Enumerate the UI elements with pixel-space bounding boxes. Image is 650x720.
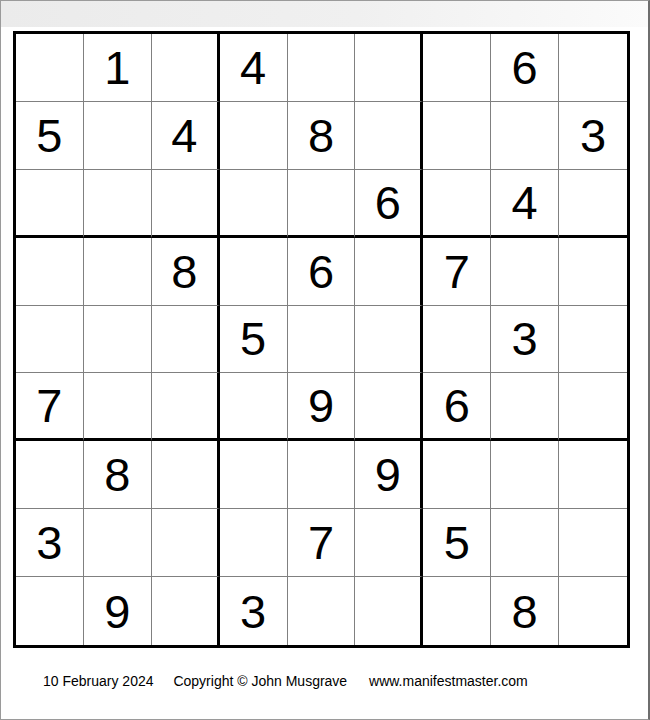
cell-r2c8[interactable] xyxy=(491,102,559,170)
cell-r6c9[interactable] xyxy=(559,373,627,441)
sudoku-board: 1465483648675379689375938 xyxy=(13,31,630,648)
cell-r8c5: 7 xyxy=(288,509,356,577)
cell-r9c6[interactable] xyxy=(355,577,423,645)
cell-r1c3[interactable] xyxy=(152,34,220,102)
cell-r6c6[interactable] xyxy=(355,373,423,441)
cell-r6c4[interactable] xyxy=(220,373,288,441)
cell-r5c2[interactable] xyxy=(84,306,152,374)
cell-r3c8: 4 xyxy=(491,170,559,238)
cell-r4c8[interactable] xyxy=(491,238,559,306)
footer-copyright: Copyright © John Musgrave xyxy=(173,673,347,689)
cell-r9c3[interactable] xyxy=(152,577,220,645)
cell-r5c1[interactable] xyxy=(16,306,84,374)
cell-r9c9[interactable] xyxy=(559,577,627,645)
cell-r3c6: 6 xyxy=(355,170,423,238)
cell-r4c6[interactable] xyxy=(355,238,423,306)
cell-r2c9: 3 xyxy=(559,102,627,170)
cell-r4c4[interactable] xyxy=(220,238,288,306)
cell-r9c1[interactable] xyxy=(16,577,84,645)
cell-r7c5[interactable] xyxy=(288,441,356,509)
cell-r1c5[interactable] xyxy=(288,34,356,102)
cell-r1c1[interactable] xyxy=(16,34,84,102)
cell-r8c9[interactable] xyxy=(559,509,627,577)
cell-r2c4[interactable] xyxy=(220,102,288,170)
cell-r2c1: 5 xyxy=(16,102,84,170)
cell-r9c8: 8 xyxy=(491,577,559,645)
cell-r7c4[interactable] xyxy=(220,441,288,509)
cell-r7c9[interactable] xyxy=(559,441,627,509)
cell-r7c8[interactable] xyxy=(491,441,559,509)
cell-r3c9[interactable] xyxy=(559,170,627,238)
cell-r8c4[interactable] xyxy=(220,509,288,577)
cell-r2c5: 8 xyxy=(288,102,356,170)
cell-r3c3[interactable] xyxy=(152,170,220,238)
cell-r5c6[interactable] xyxy=(355,306,423,374)
cell-r2c7[interactable] xyxy=(423,102,491,170)
cell-r3c7[interactable] xyxy=(423,170,491,238)
cell-r6c2[interactable] xyxy=(84,373,152,441)
cell-r3c4[interactable] xyxy=(220,170,288,238)
cell-r7c6: 9 xyxy=(355,441,423,509)
cell-r5c3[interactable] xyxy=(152,306,220,374)
cell-r2c2[interactable] xyxy=(84,102,152,170)
footer: 10 February 2024 Copyright © John Musgra… xyxy=(43,673,528,689)
cell-r1c2: 1 xyxy=(84,34,152,102)
cell-r1c4: 4 xyxy=(220,34,288,102)
cell-r4c7: 7 xyxy=(423,238,491,306)
footer-website: www.manifestmaster.com xyxy=(369,673,528,689)
cell-r7c3[interactable] xyxy=(152,441,220,509)
cell-r6c3[interactable] xyxy=(152,373,220,441)
cell-r6c8[interactable] xyxy=(491,373,559,441)
cell-r5c8: 3 xyxy=(491,306,559,374)
cell-r4c3: 8 xyxy=(152,238,220,306)
cell-r4c5: 6 xyxy=(288,238,356,306)
cell-r5c9[interactable] xyxy=(559,306,627,374)
cell-r4c1[interactable] xyxy=(16,238,84,306)
cell-r7c1[interactable] xyxy=(16,441,84,509)
footer-date: 10 February 2024 xyxy=(43,673,154,689)
cell-r9c5[interactable] xyxy=(288,577,356,645)
cell-r3c2[interactable] xyxy=(84,170,152,238)
header-band xyxy=(1,1,648,27)
cell-r8c8[interactable] xyxy=(491,509,559,577)
cell-r1c7[interactable] xyxy=(423,34,491,102)
cell-r4c9[interactable] xyxy=(559,238,627,306)
cell-r5c7[interactable] xyxy=(423,306,491,374)
cell-r7c7[interactable] xyxy=(423,441,491,509)
cell-r1c9[interactable] xyxy=(559,34,627,102)
cell-r3c5[interactable] xyxy=(288,170,356,238)
cell-r6c5: 9 xyxy=(288,373,356,441)
cell-r6c1: 7 xyxy=(16,373,84,441)
cell-r1c6[interactable] xyxy=(355,34,423,102)
cell-r7c2: 8 xyxy=(84,441,152,509)
cell-r5c4: 5 xyxy=(220,306,288,374)
cell-r8c1: 3 xyxy=(16,509,84,577)
cell-r6c7: 6 xyxy=(423,373,491,441)
cell-r9c2: 9 xyxy=(84,577,152,645)
cell-r2c6[interactable] xyxy=(355,102,423,170)
cell-r8c2[interactable] xyxy=(84,509,152,577)
cell-r8c6[interactable] xyxy=(355,509,423,577)
cell-r5c5[interactable] xyxy=(288,306,356,374)
cell-r4c2[interactable] xyxy=(84,238,152,306)
cell-r9c7[interactable] xyxy=(423,577,491,645)
cell-r8c7: 5 xyxy=(423,509,491,577)
cell-r8c3[interactable] xyxy=(152,509,220,577)
cell-r3c1[interactable] xyxy=(16,170,84,238)
cell-r2c3: 4 xyxy=(152,102,220,170)
puzzle-page: 1465483648675379689375938 10 February 20… xyxy=(0,0,650,720)
cell-r1c8: 6 xyxy=(491,34,559,102)
cell-r9c4: 3 xyxy=(220,577,288,645)
